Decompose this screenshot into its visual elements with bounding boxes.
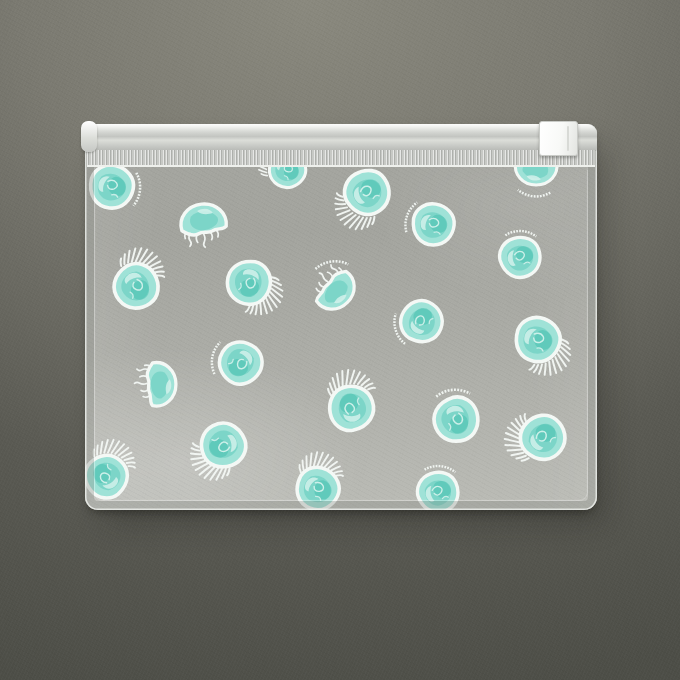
jellyfish-stamp-dot <box>270 442 364 510</box>
jellyfish-print-layer <box>85 124 597 510</box>
rail-left-cap <box>81 121 97 152</box>
photo-backdrop <box>0 0 680 680</box>
vinyl-zip-pouch <box>85 124 597 510</box>
jellyfish-stamp-bell <box>287 242 383 338</box>
jellyfish-stamp-dot <box>174 395 273 494</box>
jellyfish-stamp-dot <box>85 429 154 510</box>
jellyfish-stamp-dot <box>387 179 479 271</box>
jellyfish-stamp-dot <box>494 389 593 488</box>
zipper-rail <box>85 124 597 150</box>
jellyfish-stamp-dot <box>393 448 483 510</box>
zipper-slider <box>539 121 578 156</box>
slider-grip-line <box>567 126 569 151</box>
jellyfish-stamp-dot <box>376 276 468 368</box>
jellyfish-stamp-dot <box>86 237 185 336</box>
zipper-track-ribs <box>87 150 595 167</box>
jellyfish-stamp-dot <box>475 213 565 303</box>
